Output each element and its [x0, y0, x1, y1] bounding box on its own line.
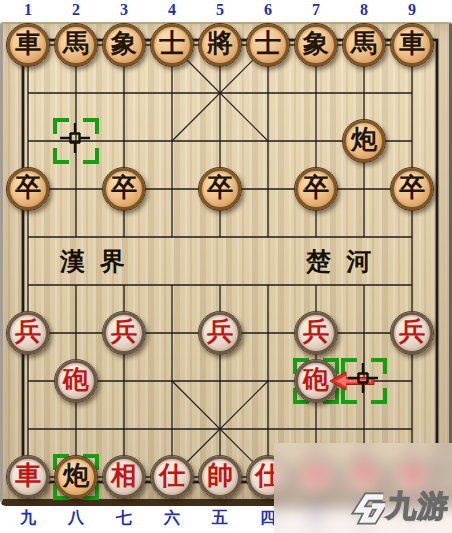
piece-character: 炮 — [63, 463, 89, 489]
piece-character: 兵 — [399, 319, 425, 345]
bottom-coordinate-label: 八 — [65, 508, 87, 529]
piece-character: 卒 — [303, 175, 329, 201]
piece-character: 車 — [399, 31, 425, 57]
piece-red[interactable]: 相 — [102, 455, 146, 499]
top-coordinate-label: 6 — [259, 1, 277, 19]
piece-black[interactable]: 士 — [246, 23, 290, 67]
piece-black[interactable]: 卒 — [102, 167, 146, 211]
top-coordinate-label: 7 — [307, 1, 325, 19]
site-watermark: 九游 — [349, 486, 451, 527]
top-coordinate-label: 2 — [67, 1, 85, 19]
piece-red[interactable]: 砲 — [294, 359, 338, 403]
piece-black[interactable]: 炮 — [342, 119, 386, 163]
top-coordinate-label: 1 — [19, 1, 37, 19]
piece-red[interactable]: 兵 — [102, 311, 146, 355]
piece-red[interactable]: 兵 — [198, 311, 242, 355]
piece-character: 兵 — [303, 319, 329, 345]
piece-character: 卒 — [399, 175, 425, 201]
watermark-text: 九游 — [385, 486, 451, 527]
piece-character: 車 — [15, 31, 41, 57]
piece-black[interactable]: 馬 — [342, 23, 386, 67]
xiangqi-app: 123456789 漢界 楚河 車馬象士將士象馬車炮卒卒卒卒卒兵兵兵兵兵砲砲車炮… — [0, 0, 452, 533]
piece-black[interactable]: 象 — [294, 23, 338, 67]
piece-character: 兵 — [111, 319, 137, 345]
bottom-coordinate-label: 五 — [209, 508, 231, 529]
piece-black[interactable]: 馬 — [54, 23, 98, 67]
piece-character: 馬 — [63, 31, 89, 57]
bottom-coordinate-label: 七 — [113, 508, 135, 529]
river-label-left: 漢界 — [60, 247, 140, 277]
bottom-coordinate-label: 六 — [161, 508, 183, 529]
piece-character: 兵 — [207, 319, 233, 345]
piece-character: 士 — [255, 31, 281, 57]
piece-character: 馬 — [351, 31, 377, 57]
piece-character: 炮 — [351, 127, 377, 153]
piece-character: 車 — [15, 463, 41, 489]
piece-character: 象 — [111, 31, 137, 57]
piece-character: 仕 — [159, 463, 185, 489]
piece-character: 兵 — [15, 319, 41, 345]
selection-bracket — [341, 358, 387, 404]
piece-black[interactable]: 象 — [102, 23, 146, 67]
piece-black[interactable]: 卒 — [294, 167, 338, 211]
top-coordinate-label: 8 — [355, 1, 373, 19]
top-coordinate-label: 3 — [115, 1, 133, 19]
bottom-coordinate-label: 九 — [17, 508, 39, 529]
piece-character: 卒 — [111, 175, 137, 201]
piece-black[interactable]: 車 — [6, 23, 50, 67]
piece-character: 將 — [207, 31, 233, 57]
piece-character: 砲 — [63, 367, 89, 393]
top-coordinate-label: 5 — [211, 1, 229, 19]
piece-red[interactable]: 車 — [6, 455, 50, 499]
9game-logo-icon — [349, 489, 387, 525]
piece-character: 象 — [303, 31, 329, 57]
piece-character: 士 — [159, 31, 185, 57]
top-coordinate-label: 4 — [163, 1, 181, 19]
piece-black[interactable]: 卒 — [198, 167, 242, 211]
piece-black[interactable]: 車 — [390, 23, 434, 67]
piece-black[interactable]: 卒 — [390, 167, 434, 211]
piece-red[interactable]: 兵 — [390, 311, 434, 355]
piece-character: 卒 — [15, 175, 41, 201]
piece-character: 卒 — [207, 175, 233, 201]
piece-black[interactable]: 卒 — [6, 167, 50, 211]
piece-red[interactable]: 帥 — [198, 455, 242, 499]
piece-red[interactable]: 兵 — [6, 311, 50, 355]
piece-character: 砲 — [303, 367, 329, 393]
selection-bracket — [53, 118, 99, 164]
piece-black[interactable]: 炮 — [54, 455, 98, 499]
piece-character: 相 — [111, 463, 137, 489]
piece-black[interactable]: 士 — [150, 23, 194, 67]
piece-red[interactable]: 兵 — [294, 311, 338, 355]
river-label-right: 楚河 — [306, 247, 386, 277]
top-coordinate-label: 9 — [403, 1, 421, 19]
piece-red[interactable]: 砲 — [54, 359, 98, 403]
watermark-overlay: 九游 — [274, 443, 452, 533]
piece-black[interactable]: 將 — [198, 23, 242, 67]
piece-red[interactable]: 仕 — [150, 455, 194, 499]
piece-character: 帥 — [207, 463, 233, 489]
